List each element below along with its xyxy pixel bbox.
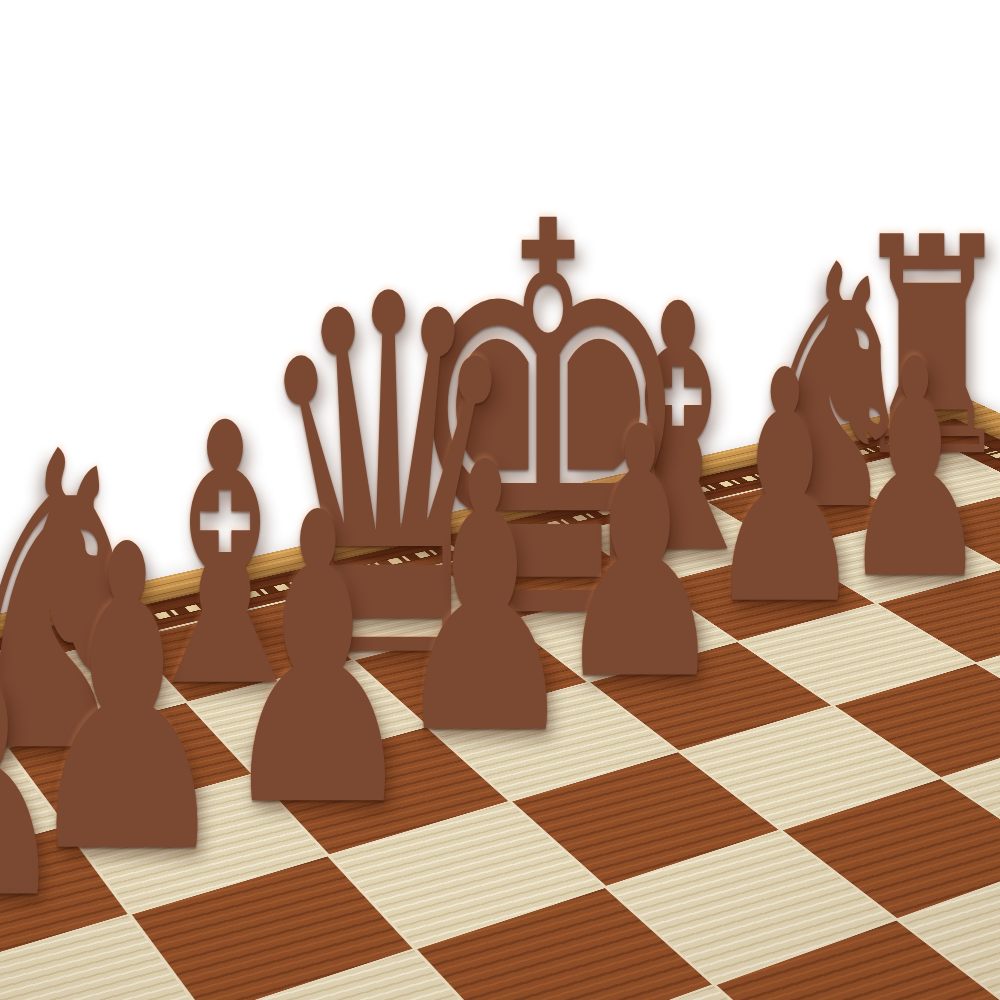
piece-pawn-d2[interactable]: ♟ — [392, 415, 578, 785]
pieces-layer: ♜♞♝♟♚♟♛♟♝♟♞♟♟♟ — [0, 0, 1000, 1000]
piece-pawn-e2[interactable]: ♟ — [553, 382, 726, 727]
piece-pawn-f2[interactable]: ♟ — [705, 329, 866, 649]
piece-pawn-a2[interactable]: ♟ — [0, 572, 70, 952]
piece-pawn-c2[interactable]: ♟ — [218, 462, 419, 862]
photo-scene: ♜♞♝♟♚♟♛♟♝♟♞♟♟♟ — [0, 0, 1000, 1000]
